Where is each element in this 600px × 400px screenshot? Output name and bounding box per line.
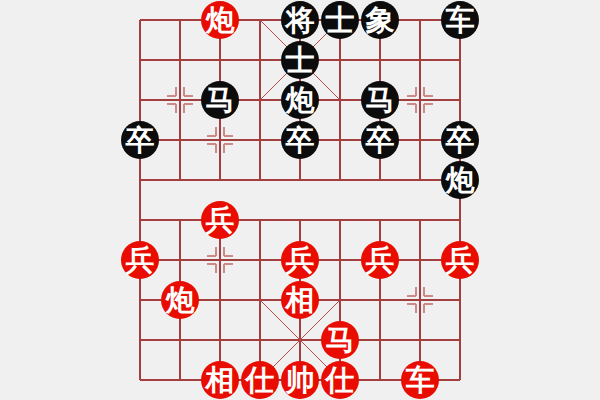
red-piece-glyph: 炮 [161,281,199,319]
black-piece-glyph: 象 [361,1,399,39]
black-piece-glyph: 炮 [281,81,319,119]
black-piece-glyph: 士 [281,41,319,79]
red-piece-glyph: 兵 [201,201,239,239]
black-horse-c8[interactable]: 马 [200,80,240,120]
black-horse-g8[interactable]: 马 [360,80,400,120]
red-piece-glyph: 兵 [361,241,399,279]
red-advisor-d1[interactable]: 仕 [240,360,280,400]
black-piece-glyph: 卒 [121,121,159,159]
board-grid: 炮将士象车士马炮马卒卒卒卒炮兵兵兵兵兵炮相马相仕帅仕车 [120,0,480,400]
black-elephant-g10[interactable]: 象 [360,0,400,40]
black-piece-glyph: 马 [201,81,239,119]
red-piece-glyph: 帅 [281,361,319,399]
red-piece-glyph: 兵 [281,241,319,279]
black-advisor-e9[interactable]: 士 [280,40,320,80]
red-cannon-b3[interactable]: 炮 [160,280,200,320]
red-piece-glyph: 相 [281,281,319,319]
black-soldier-e7[interactable]: 卒 [280,120,320,160]
black-chariot-i10[interactable]: 车 [440,0,480,40]
black-piece-glyph: 车 [441,1,479,39]
red-chariot-h1[interactable]: 车 [400,360,440,400]
black-soldier-a7[interactable]: 卒 [120,120,160,160]
red-piece-glyph: 相 [201,361,239,399]
red-soldier-e4[interactable]: 兵 [280,240,320,280]
red-advisor-f1[interactable]: 仕 [320,360,360,400]
black-piece-glyph: 卒 [361,121,399,159]
red-general-e1[interactable]: 帅 [280,360,320,400]
black-general-e10[interactable]: 将 [280,0,320,40]
red-elephant-c1[interactable]: 相 [200,360,240,400]
red-soldier-g4[interactable]: 兵 [360,240,400,280]
screen: 炮将士象车士马炮马卒卒卒卒炮兵兵兵兵兵炮相马相仕帅仕车 [0,0,600,400]
black-advisor-f10[interactable]: 士 [320,0,360,40]
xiangqi-board[interactable]: 炮将士象车士马炮马卒卒卒卒炮兵兵兵兵兵炮相马相仕帅仕车 [120,0,480,400]
black-soldier-i7[interactable]: 卒 [440,120,480,160]
black-piece-glyph: 卒 [441,121,479,159]
red-soldier-i4[interactable]: 兵 [440,240,480,280]
red-piece-glyph: 马 [321,321,359,359]
black-piece-glyph: 炮 [441,161,479,199]
black-piece-glyph: 马 [361,81,399,119]
black-piece-glyph: 士 [321,1,359,39]
red-piece-glyph: 车 [401,361,439,399]
black-soldier-g7[interactable]: 卒 [360,120,400,160]
red-piece-glyph: 仕 [241,361,279,399]
black-piece-glyph: 卒 [281,121,319,159]
red-piece-glyph: 兵 [121,241,159,279]
red-piece-glyph: 兵 [441,241,479,279]
black-cannon-e8[interactable]: 炮 [280,80,320,120]
red-soldier-c5[interactable]: 兵 [200,200,240,240]
red-horse-f2[interactable]: 马 [320,320,360,360]
red-elephant-e3[interactable]: 相 [280,280,320,320]
red-piece-glyph: 炮 [201,1,239,39]
red-cannon-c10[interactable]: 炮 [200,0,240,40]
red-piece-glyph: 仕 [321,361,359,399]
black-piece-glyph: 将 [281,1,319,39]
black-cannon-i6[interactable]: 炮 [440,160,480,200]
red-soldier-a4[interactable]: 兵 [120,240,160,280]
